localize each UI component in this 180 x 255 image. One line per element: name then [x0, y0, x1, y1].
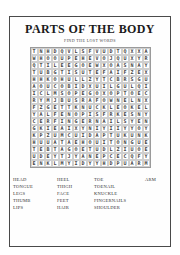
grid-cell-r1c10: V	[94, 48, 101, 55]
grid-cell-r17c7: I	[73, 160, 80, 167]
grid-cell-r8c11: O	[101, 97, 108, 104]
grid-cell-r6c15: L	[129, 83, 136, 90]
grid-cell-r13c12: T	[108, 132, 115, 139]
grid-cell-r1c8: S	[80, 48, 87, 55]
grid-cell-r13c11: P	[101, 132, 108, 139]
grid-cell-r1c2: N	[38, 48, 45, 55]
grid-cell-r7c3: L	[45, 90, 52, 97]
grid-cell-r16c6: J	[66, 153, 73, 160]
grid-cell-r9c10: C	[94, 104, 101, 111]
grid-cell-r12c13: I	[115, 125, 122, 132]
grid-cell-r1c4: D	[52, 48, 59, 55]
grid-cell-r14c17: E	[143, 139, 150, 146]
grid-cell-r4c8: U	[80, 69, 87, 76]
grid-cell-r10c10: S	[94, 111, 101, 118]
grid-cell-r11c4: F	[52, 118, 59, 125]
grid-cell-r5c17: U	[143, 76, 150, 83]
grid-cell-r1c14: Q	[122, 48, 129, 55]
grid-cell-r15c6: G	[66, 146, 73, 153]
grid-cell-r15c1: T	[31, 146, 38, 153]
grid-cell-r14c13: O	[115, 139, 122, 146]
grid-cell-r9c6: T	[66, 104, 73, 111]
grid-cell-r6c7: I	[73, 83, 80, 90]
grid-cell-r13c17: K	[143, 132, 150, 139]
grid-cell-r5c13: B	[115, 76, 122, 83]
grid-cell-r9c12: L	[108, 104, 115, 111]
grid-cell-r8c2: Y	[38, 97, 45, 104]
grid-cell-r9c15: K	[129, 104, 136, 111]
grid-cell-r5c8: L	[80, 76, 87, 83]
grid-cell-r14c4: A	[52, 139, 59, 146]
grid-cell-r8c15: L	[129, 97, 136, 104]
word-item: ARM	[145, 176, 167, 183]
grid-cell-r4c4: G	[52, 69, 59, 76]
grid-cell-r7c5: S	[59, 90, 66, 97]
grid-cell-r3c1: Q	[31, 62, 38, 69]
grid-cell-r15c17: E	[143, 146, 150, 153]
grid-cell-r4c17: X	[143, 69, 150, 76]
grid-cell-r4c11: F	[101, 69, 108, 76]
grid-cell-r7c6: O	[66, 90, 73, 97]
grid-cell-r12c4: E	[52, 125, 59, 132]
grid-cell-r1c7: L	[73, 48, 80, 55]
grid-cell-r4c6: I	[66, 69, 73, 76]
grid-cell-r11c13: L	[115, 118, 122, 125]
grid-cell-r10c5: E	[59, 111, 66, 118]
grid-cell-r1c15: X	[129, 48, 136, 55]
grid-cell-r13c6: C	[66, 132, 73, 139]
grid-cell-r6c14: U	[122, 83, 129, 90]
grid-cell-r15c16: O	[136, 146, 143, 153]
grid-cell-r8c5: B	[59, 97, 66, 104]
grid-cell-r1c11: U	[101, 48, 108, 55]
grid-cell-r6c8: D	[80, 83, 87, 90]
grid-cell-r8c1: R	[31, 97, 38, 104]
grid-cell-r4c5: T	[59, 69, 66, 76]
grid-cell-r15c4: T	[52, 146, 59, 153]
grid-cell-r8c6: U	[66, 97, 73, 104]
grid-cell-r14c11: I	[101, 139, 108, 146]
grid-cell-r12c11: Y	[101, 125, 108, 132]
grid-cell-r1c12: D	[108, 48, 115, 55]
grid-cell-r9c11: K	[101, 104, 108, 111]
grid-cell-r11c15: Y	[129, 118, 136, 125]
grid-cell-r8c8: R	[80, 97, 87, 104]
word-list-column-2: HEELTHIGHFACEFEETHAIR	[57, 176, 90, 211]
grid-cell-r4c2: U	[38, 69, 45, 76]
grid-cell-r13c2: P	[38, 132, 45, 139]
word-list: HEADTONGUELEGSTHUMBLIPSHEELTHIGHFACEFEET…	[10, 176, 170, 211]
grid-cell-r6c16: Q	[136, 83, 143, 90]
grid-cell-r5c16: G	[136, 76, 143, 83]
grid-cell-r11c8: E	[80, 118, 87, 125]
grid-cell-r2c9: E	[87, 55, 94, 62]
grid-cell-r13c8: I	[80, 132, 87, 139]
grid-cell-r8c13: N	[115, 97, 122, 104]
grid-cell-r12c8: Y	[80, 125, 87, 132]
grid-cell-r10c15: S	[129, 111, 136, 118]
grid-cell-r17c1: E	[31, 160, 38, 167]
grid-cell-r7c14: T	[122, 90, 129, 97]
grid-cell-r17c10: Y	[94, 160, 101, 167]
grid-cell-r5c10: Y	[94, 76, 101, 83]
grid-cell-r5c9: Z	[87, 76, 94, 83]
grid-cell-r2c10: V	[94, 55, 101, 62]
grid-cell-r17c2: N	[38, 160, 45, 167]
grid-cell-r3c2: T	[38, 62, 45, 69]
grid-cell-r10c11: F	[101, 111, 108, 118]
grid-cell-r1c6: V	[66, 48, 73, 55]
grid-cell-r14c8: H	[80, 139, 87, 146]
grid-cell-r4c15: Z	[129, 69, 136, 76]
word-item: TONGUE	[13, 183, 53, 190]
grid-cell-r8c4: J	[52, 97, 59, 104]
grid-cell-r10c16: N	[136, 111, 143, 118]
grid-cell-r3c9: E	[87, 62, 94, 69]
grid-cell-r3c5: E	[59, 62, 66, 69]
word-item: FACE	[57, 190, 90, 197]
grid-cell-r16c17: Y	[143, 153, 150, 160]
grid-cell-r7c7: P	[73, 90, 80, 97]
word-item: LIPS	[13, 204, 53, 211]
grid-cell-r15c15: U	[129, 146, 136, 153]
grid-cell-r7c9: G	[87, 90, 94, 97]
grid-cell-r16c9: N	[87, 153, 94, 160]
grid-cell-r11c12: I	[108, 118, 115, 125]
grid-cell-r13c15: U	[129, 132, 136, 139]
grid-cell-r5c7: L	[73, 76, 80, 83]
grid-cell-r10c8: P	[80, 111, 87, 118]
grid-cell-r17c6: Y	[66, 160, 73, 167]
word-item: TOENAIL	[94, 183, 141, 190]
grid-cell-r12c9: N	[87, 125, 94, 132]
grid-cell-r15c5: A	[59, 146, 66, 153]
grid-cell-r2c11: O	[101, 55, 108, 62]
word-item: HAIR	[57, 204, 90, 211]
grid-cell-r10c6: N	[66, 111, 73, 118]
grid-cell-r6c17: I	[143, 83, 150, 90]
grid-cell-r14c9: O	[87, 139, 94, 146]
grid-cell-r5c6: U	[66, 76, 73, 83]
grid-cell-r9c3: G	[45, 104, 52, 111]
grid-cell-r5c1: H	[31, 76, 38, 83]
grid-cell-r7c1: I	[31, 90, 38, 97]
grid-cell-r3c12: O	[108, 62, 115, 69]
grid-cell-r8c7: S	[73, 97, 80, 104]
word-item: HEEL	[57, 176, 90, 183]
grid-cell-r3c6: E	[66, 62, 73, 69]
grid-cell-r14c16: U	[136, 139, 143, 146]
grid-cell-r17c14: U	[122, 160, 129, 167]
grid-cell-r3c17: Y	[143, 62, 150, 69]
grid-cell-r2c14: U	[122, 55, 129, 62]
grid-cell-r10c2: A	[38, 111, 45, 118]
grid-cell-r11c11: A	[101, 118, 108, 125]
grid-cell-r14c10: U	[94, 139, 101, 146]
word-list-column-4: ARM	[145, 176, 167, 211]
word-item: SHOULDER	[94, 204, 141, 211]
word-list-column-1: HEADTONGUELEGSTHUMBLIPS	[13, 176, 53, 211]
word-item: THIGH	[57, 183, 90, 190]
grid-cell-r13c10: A	[94, 132, 101, 139]
grid-cell-r5c4: O	[52, 76, 59, 83]
grid-cell-r10c3: L	[45, 111, 52, 118]
grid-cell-r8c12: W	[108, 97, 115, 104]
grid-cell-r10c12: R	[108, 111, 115, 118]
grid-cell-r3c11: X	[101, 62, 108, 69]
grid-cell-r15c3: B	[45, 146, 52, 153]
grid-cell-r3c16: A	[136, 62, 143, 69]
puzzle-title: PARTS OF THE BODY	[10, 22, 170, 37]
grid-cell-r12c16: O	[136, 125, 143, 132]
grid-cell-r14c6: A	[66, 139, 73, 146]
grid-cell-r7c16: E	[136, 90, 143, 97]
grid-cell-r11c3: R	[45, 118, 52, 125]
grid-cell-r6c11: I	[101, 83, 108, 90]
grid-cell-r13c3: Z	[45, 132, 52, 139]
grid-cell-r17c3: K	[45, 160, 52, 167]
grid-cell-r7c4: M	[52, 90, 59, 97]
grid-cell-r5c15: S	[129, 76, 136, 83]
grid-cell-r6c6: B	[66, 83, 73, 90]
grid-cell-r8c16: N	[136, 97, 143, 104]
grid-cell-r11c1: C	[31, 118, 38, 125]
grid-cell-r7c8: E	[80, 90, 87, 97]
grid-cell-r12c5: A	[59, 125, 66, 132]
word-list-column-3: TOETOENAILKNUCKLEFINGERNAILSSHOULDER	[94, 176, 141, 211]
grid-cell-r14c2: U	[38, 139, 45, 146]
grid-cell-r1c16: X	[136, 48, 143, 55]
grid-cell-r10c1: Y	[31, 111, 38, 118]
grid-cell-r16c4: Y	[52, 153, 59, 160]
grid-cell-r16c16: F	[136, 153, 143, 160]
grid-cell-r15c7: O	[73, 146, 80, 153]
grid-cell-r4c13: I	[115, 69, 122, 76]
worksheet-page: PARTS OF THE BODY FIND THE LOST WORDS TN…	[9, 16, 171, 247]
grid-cell-r12c17: Y	[143, 125, 150, 132]
word-item: TOE	[94, 176, 141, 183]
grid-cell-r13c1: K	[31, 132, 38, 139]
grid-cell-r1c13: T	[115, 48, 122, 55]
grid-cell-r2c13: Q	[115, 55, 122, 62]
grid-cell-r16c12: C	[108, 153, 115, 160]
grid-cell-r13c4: U	[52, 132, 59, 139]
grid-cell-r10c17: Y	[143, 111, 150, 118]
grid-cell-r9c1: F	[31, 104, 38, 111]
grid-cell-r17c8: D	[80, 160, 87, 167]
grid-cell-r10c7: O	[73, 111, 80, 118]
grid-cell-r6c1: A	[31, 83, 38, 90]
grid-cell-r17c15: A	[129, 160, 136, 167]
grid-cell-r1c9: F	[87, 48, 94, 55]
grid-cell-r2c16: Y	[136, 55, 143, 62]
grid-cell-r12c1: G	[31, 125, 38, 132]
grid-cell-r16c7: Y	[73, 153, 80, 160]
grid-cell-r10c13: K	[115, 111, 122, 118]
grid-cell-r6c4: C	[52, 83, 59, 90]
grid-cell-r5c14: R	[122, 76, 129, 83]
grid-cell-r1c3: H	[45, 48, 52, 55]
grid-cell-r6c10: U	[94, 83, 101, 90]
grid-cell-r7c17: C	[143, 90, 150, 97]
grid-cell-r7c15: O	[129, 90, 136, 97]
grid-cell-r12c7: X	[73, 125, 80, 132]
grid-cell-r11c10: N	[94, 118, 101, 125]
grid-cell-r16c2: D	[38, 153, 45, 160]
grid-cell-r3c8: O	[80, 62, 87, 69]
grid-cell-r16c14: C	[122, 153, 129, 160]
grid-cell-r14c7: E	[73, 139, 80, 146]
grid-cell-r17c4: L	[52, 160, 59, 167]
grid-cell-r5c2: H	[38, 76, 45, 83]
grid-cell-r15c2: E	[38, 146, 45, 153]
grid-cell-r16c8: A	[80, 153, 87, 160]
grid-cell-r6c5: O	[59, 83, 66, 90]
word-item: FINGERNAILS	[94, 197, 141, 204]
grid-cell-r7c13: P	[115, 90, 122, 97]
grid-cell-r15c9: T	[87, 146, 94, 153]
grid-cell-r1c1: T	[31, 48, 38, 55]
grid-cell-r2c12: J	[108, 55, 115, 62]
grid-cell-r9c2: Z	[38, 104, 45, 111]
grid-cell-r17c17: M	[143, 160, 150, 167]
grid-cell-r16c11: P	[101, 153, 108, 160]
grid-cell-r14c3: U	[45, 139, 52, 146]
grid-cell-r6c2: O	[38, 83, 45, 90]
grid-cell-r2c3: O	[45, 55, 52, 62]
grid-cell-r9c5: T	[59, 104, 66, 111]
grid-cell-r2c8: H	[80, 55, 87, 62]
grid-cell-r12c10: I	[94, 125, 101, 132]
grid-cell-r2c7: E	[73, 55, 80, 62]
grid-cell-r5c11: T	[101, 76, 108, 83]
grid-cell-r14c15: G	[129, 139, 136, 146]
grid-cell-r17c16: R	[136, 160, 143, 167]
grid-cell-r13c16: N	[136, 132, 143, 139]
grid-cell-r7c11: X	[101, 90, 108, 97]
grid-cell-r4c10: E	[94, 69, 101, 76]
grid-cell-r13c5: M	[59, 132, 66, 139]
grid-cell-r17c12: D	[108, 160, 115, 167]
grid-cell-r17c5: M	[59, 160, 66, 167]
grid-cell-r17c11: H	[101, 160, 108, 167]
grid-cell-r8c9: A	[87, 97, 94, 104]
grid-cell-r12c14: Y	[122, 125, 129, 132]
grid-cell-r2c15: X	[129, 55, 136, 62]
grid-cell-r9c8: N	[80, 104, 87, 111]
grid-cell-r4c3: B	[45, 69, 52, 76]
grid-cell-r3c3: I	[45, 62, 52, 69]
word-search-grid: TNHDQVLSFVUDTQXXAWHOOUPEHEVOJQUXYRQTILEE…	[30, 47, 151, 168]
grid-cell-r16c15: Q	[129, 153, 136, 160]
grid-cell-r2c1: W	[31, 55, 38, 62]
grid-cell-r5c5: H	[59, 76, 66, 83]
word-item: LEGS	[13, 190, 53, 197]
grid-cell-r3c13: A	[115, 62, 122, 69]
grid-cell-r9c13: E	[115, 104, 122, 111]
grid-cell-r1c17: A	[143, 48, 150, 55]
grid-cell-r3c10: W	[94, 62, 101, 69]
word-item: KNUCKLE	[94, 190, 141, 197]
grid-cell-r9c16: E	[136, 104, 143, 111]
grid-cell-r2c5: U	[59, 55, 66, 62]
grid-cell-r15c8: E	[80, 146, 87, 153]
grid-cell-r10c9: I	[87, 111, 94, 118]
grid-cell-r7c12: O	[108, 90, 115, 97]
grid-cell-r15c10: U	[94, 146, 101, 153]
grid-cell-r5c12: C	[108, 76, 115, 83]
grid-cell-r13c13: U	[115, 132, 122, 139]
grid-cell-r10c4: F	[52, 111, 59, 118]
grid-cell-r14c12: T	[108, 139, 115, 146]
grid-cell-r4c12: A	[108, 69, 115, 76]
grid-cell-r10c14: E	[122, 111, 129, 118]
grid-cell-r8c3: M	[45, 97, 52, 104]
grid-cell-r16c1: U	[31, 153, 38, 160]
grid-cell-r11c5: I	[59, 118, 66, 125]
grid-cell-r11c9: R	[87, 118, 94, 125]
word-item: FEET	[57, 197, 90, 204]
grid-cell-r8c10: F	[94, 97, 101, 104]
grid-cell-r4c14: F	[122, 69, 129, 76]
grid-cell-r2c17: R	[143, 55, 150, 62]
grid-cell-r6c9: X	[87, 83, 94, 90]
grid-cell-r17c13: P	[115, 160, 122, 167]
grid-cell-r14c14: N	[122, 139, 129, 146]
grid-cell-r4c1: T	[31, 69, 38, 76]
grid-cell-r8c17: X	[143, 97, 150, 104]
grid-cell-r4c9: T	[87, 69, 94, 76]
grid-cell-r2c4: O	[52, 55, 59, 62]
puzzle-subtitle: FIND THE LOST WORDS	[10, 38, 170, 43]
grid-cell-r15c11: D	[101, 146, 108, 153]
word-item: HEAD	[13, 176, 53, 183]
grid-cell-r4c7: S	[73, 69, 80, 76]
grid-cell-r14c5: T	[59, 139, 66, 146]
grid-cell-r12c3: I	[45, 125, 52, 132]
grid-cell-r11c6: N	[66, 118, 73, 125]
grid-cell-r11c2: E	[38, 118, 45, 125]
grid-cell-r12c12: I	[108, 125, 115, 132]
grid-cell-r8c14: E	[122, 97, 129, 104]
grid-cell-r12c6: I	[66, 125, 73, 132]
grid-cell-r9c9: U	[87, 104, 94, 111]
grid-cell-r3c14: S	[122, 62, 129, 69]
grid-cell-r15c14: I	[122, 146, 129, 153]
grid-cell-r11c7: G	[73, 118, 80, 125]
grid-cell-r2c2: H	[38, 55, 45, 62]
grid-cell-r16c3: E	[45, 153, 52, 160]
grid-cell-r13c9: D	[87, 132, 94, 139]
grid-cell-r3c4: L	[52, 62, 59, 69]
grid-cell-r16c13: E	[115, 153, 122, 160]
grid-cell-r14c1: H	[31, 139, 38, 146]
word-item: THUMB	[13, 197, 53, 204]
grid-cell-r9c4: E	[52, 104, 59, 111]
grid-cell-r9c14: O	[122, 104, 129, 111]
grid-cell-r11c14: S	[122, 118, 129, 125]
grid-cell-r11c17: N	[143, 118, 150, 125]
grid-cell-r3c7: G	[73, 62, 80, 69]
grid-cell-r6c3: U	[45, 83, 52, 90]
grid-cell-r16c5: T	[59, 153, 66, 160]
grid-cell-r17c9: Y	[87, 160, 94, 167]
grid-cell-r12c2: K	[38, 125, 45, 132]
grid-cell-r5c3: K	[45, 76, 52, 83]
grid-cell-r11c16: E	[136, 118, 143, 125]
grid-cell-r6c13: G	[115, 83, 122, 90]
grid-cell-r16c10: E	[94, 153, 101, 160]
